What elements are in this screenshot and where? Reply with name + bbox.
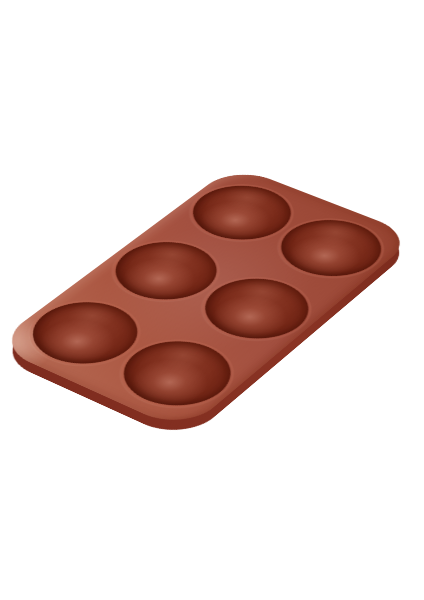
mold-cavity-row3-right: [102, 329, 251, 418]
mold-cavity-row3-left: [12, 291, 159, 377]
photo-scene: [0, 0, 424, 600]
baking-mold: [0, 165, 417, 432]
product-photo: [0, 0, 424, 600]
mold-cavity-row2-left: [95, 231, 236, 311]
mold-top-surface: [0, 165, 417, 432]
